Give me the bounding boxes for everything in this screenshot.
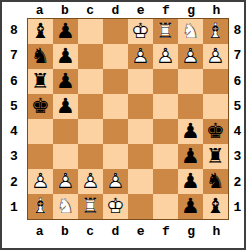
square-d2[interactable]: ♟♙ [103,169,128,194]
rank-label-left-7: 7 [2,43,26,68]
square-d4[interactable] [103,119,128,144]
piece-white-king: ♚♔ [128,19,153,44]
square-h6[interactable] [203,69,228,94]
square-f7[interactable]: ♟♙ [153,44,178,69]
square-a7[interactable]: ♞ [28,44,53,69]
file-label-top-b: b [52,2,77,18]
file-label-bottom-c: c [78,221,103,241]
file-label-bottom-a: a [27,221,52,241]
piece-white-rook: ♜♖ [153,19,178,44]
square-b4[interactable] [53,119,78,144]
rank-label-left-5: 5 [2,94,26,119]
piece-white-pawn: ♟♙ [103,169,128,194]
file-label-top-e: e [128,2,153,18]
square-c1[interactable]: ♜♖ [78,194,103,219]
square-g7[interactable]: ♟♙ [178,44,203,69]
piece-black-pawn: ♟ [53,19,78,44]
piece-black-knight: ♞ [203,169,228,194]
file-label-bottom-g: g [179,221,204,241]
rank-label-right-3: 3 [229,144,246,169]
rank-label-right-2: 2 [229,170,246,195]
rank-label-right-7: 7 [229,43,246,68]
rank-labels-left: 87654321 [2,18,26,220]
rank-label-left-6: 6 [2,69,26,94]
piece-white-knight: ♞♘ [178,19,203,44]
square-b5[interactable]: ♟ [53,94,78,119]
square-f2[interactable] [153,169,178,194]
piece-white-bishop: ♝♗ [203,19,228,44]
piece-black-rook: ♜ [28,69,53,94]
square-a5[interactable]: ♚ [28,94,53,119]
square-e3[interactable] [128,144,153,169]
rank-label-left-4: 4 [2,119,26,144]
file-labels-top: abcdefgh [27,2,229,18]
square-c6[interactable] [78,69,103,94]
piece-black-knight: ♞ [28,44,53,69]
file-label-bottom-d: d [103,221,128,241]
square-a3[interactable] [28,144,53,169]
square-h5[interactable] [203,94,228,119]
piece-white-pawn: ♟♙ [178,44,203,69]
square-b1[interactable]: ♞♘ [53,194,78,219]
rank-label-right-1: 1 [229,195,246,220]
square-e7[interactable]: ♟♙ [128,44,153,69]
square-d3[interactable] [103,144,128,169]
square-b6[interactable]: ♟ [53,69,78,94]
square-c8[interactable] [78,19,103,44]
square-a4[interactable] [28,119,53,144]
square-g1[interactable]: ♟ [178,194,203,219]
board: ♝♟♚♔♜♖♞♘♝♗♞♟♟♙♟♙♟♙♟♙♜♟♚♟♟♚♟♜♟♙♟♙♟♙♟♙♟♞♝♗… [27,18,229,220]
square-a1[interactable]: ♝♗ [28,194,53,219]
square-f8[interactable]: ♜♖ [153,19,178,44]
file-label-bottom-h: h [204,221,229,241]
square-b7[interactable]: ♟ [53,44,78,69]
rank-label-left-3: 3 [2,144,26,169]
piece-black-pawn: ♟ [178,169,203,194]
file-label-top-a: a [27,2,52,18]
file-labels-bottom: abcdefgh [27,221,229,241]
chess-diagram: abcdefgh 87654321 ♝♟♚♔♜♖♞♘♝♗♞♟♟♙♟♙♟♙♟♙♜♟… [0,0,246,250]
piece-white-king: ♚♔ [103,194,128,219]
file-label-bottom-f: f [153,221,178,241]
square-h7[interactable]: ♟♙ [203,44,228,69]
square-e6[interactable] [128,69,153,94]
piece-black-pawn: ♟ [53,44,78,69]
file-label-bottom-e: e [128,221,153,241]
square-g3[interactable]: ♟ [178,144,203,169]
rank-label-left-2: 2 [2,170,26,195]
square-f6[interactable] [153,69,178,94]
piece-white-pawn: ♟♙ [203,44,228,69]
square-c5[interactable] [78,94,103,119]
square-c3[interactable] [78,144,103,169]
square-b3[interactable] [53,144,78,169]
piece-black-king: ♚ [28,94,53,119]
square-g8[interactable]: ♞♘ [178,19,203,44]
square-h2[interactable]: ♞ [203,169,228,194]
file-label-top-g: g [179,2,204,18]
square-e1[interactable] [128,194,153,219]
piece-black-pawn: ♟ [178,194,203,219]
file-label-top-d: d [103,2,128,18]
square-e8[interactable]: ♚♔ [128,19,153,44]
square-c7[interactable] [78,44,103,69]
piece-black-rook: ♜ [203,144,228,169]
piece-white-pawn: ♟♙ [78,169,103,194]
square-b8[interactable]: ♟ [53,19,78,44]
square-a6[interactable]: ♜ [28,69,53,94]
piece-black-bishop: ♝ [203,194,228,219]
square-g6[interactable] [178,69,203,94]
piece-white-pawn: ♟♙ [153,44,178,69]
rank-labels-right: 87654321 [229,18,246,220]
square-g4[interactable]: ♟ [178,119,203,144]
square-c2[interactable]: ♟♙ [78,169,103,194]
square-a2[interactable]: ♟♙ [28,169,53,194]
piece-black-pawn: ♟ [178,119,203,144]
piece-white-knight: ♞♘ [53,194,78,219]
piece-white-pawn: ♟♙ [28,169,53,194]
rank-label-left-8: 8 [2,18,26,43]
square-d5[interactable] [103,94,128,119]
square-c4[interactable] [78,119,103,144]
rank-label-right-5: 5 [229,94,246,119]
piece-white-rook: ♜♖ [78,194,103,219]
square-a8[interactable]: ♝ [28,19,53,44]
square-h4[interactable]: ♚ [203,119,228,144]
rank-label-left-1: 1 [2,195,26,220]
square-f5[interactable] [153,94,178,119]
file-label-top-c: c [78,2,103,18]
square-b2[interactable]: ♟♙ [53,169,78,194]
file-label-top-f: f [153,2,178,18]
square-g5[interactable] [178,94,203,119]
file-label-bottom-b: b [52,221,77,241]
square-e2[interactable] [128,169,153,194]
piece-black-pawn: ♟ [178,144,203,169]
square-d6[interactable] [103,69,128,94]
piece-black-pawn: ♟ [53,94,78,119]
square-d8[interactable] [103,19,128,44]
piece-black-bishop: ♝ [28,19,53,44]
rank-label-right-8: 8 [229,18,246,43]
square-e4[interactable] [128,119,153,144]
square-h3[interactable]: ♜ [203,144,228,169]
piece-black-king: ♚ [203,119,228,144]
piece-white-pawn: ♟♙ [53,169,78,194]
square-f3[interactable] [153,144,178,169]
square-f4[interactable] [153,119,178,144]
square-g2[interactable]: ♟ [178,169,203,194]
square-d1[interactable]: ♚♔ [103,194,128,219]
square-h1[interactable]: ♝ [203,194,228,219]
square-f1[interactable] [153,194,178,219]
piece-white-pawn: ♟♙ [128,44,153,69]
piece-white-bishop: ♝♗ [28,194,53,219]
file-label-top-h: h [204,2,229,18]
rank-label-right-4: 4 [229,119,246,144]
rank-label-right-6: 6 [229,69,246,94]
piece-black-pawn: ♟ [53,69,78,94]
square-d7[interactable] [103,44,128,69]
square-h8[interactable]: ♝♗ [203,19,228,44]
square-e5[interactable] [128,94,153,119]
